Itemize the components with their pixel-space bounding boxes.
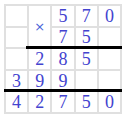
digit-cell-r3c2: 2 xyxy=(29,49,50,69)
digit-cell-r4c2: 9 xyxy=(29,71,50,91)
multiplication-worksheet: ×5707528539942750 xyxy=(0,0,126,118)
multiplier-underline-rule xyxy=(26,46,122,49)
digit-cell-r3c3: 8 xyxy=(52,49,73,69)
empty-cell-r2c5 xyxy=(99,28,120,48)
digit-cell-r2c4: 5 xyxy=(76,28,97,48)
answer-underline-rule xyxy=(4,89,122,92)
digit-cell-r5c5: 0 xyxy=(99,92,120,112)
digit-cell-r5c1: 4 xyxy=(6,92,27,112)
empty-cell-r4c4 xyxy=(76,71,97,91)
digit-cell-r2c3: 7 xyxy=(52,28,73,48)
empty-cell-r4c5 xyxy=(99,71,120,91)
empty-cell-r3c5 xyxy=(99,49,120,69)
digit-cell-r1c3: 5 xyxy=(52,6,73,26)
multiply-operator-cell: × xyxy=(29,6,50,47)
digit-cell-r1c5: 0 xyxy=(99,6,120,26)
digit-cell-r3c4: 5 xyxy=(76,49,97,69)
digit-cell-r4c3: 9 xyxy=(52,71,73,91)
empty-cell-r3c1 xyxy=(6,49,27,69)
digit-cell-r5c2: 2 xyxy=(29,92,50,112)
multiplication-grid: ×5707528539942750 xyxy=(4,4,122,114)
empty-cell-r1c1 xyxy=(6,6,27,26)
digit-cell-r4c1: 3 xyxy=(6,71,27,91)
empty-cell-r2c1 xyxy=(6,28,27,48)
digit-cell-r5c4: 5 xyxy=(76,92,97,112)
digit-cell-r1c4: 7 xyxy=(76,6,97,26)
digit-cell-r5c3: 7 xyxy=(52,92,73,112)
